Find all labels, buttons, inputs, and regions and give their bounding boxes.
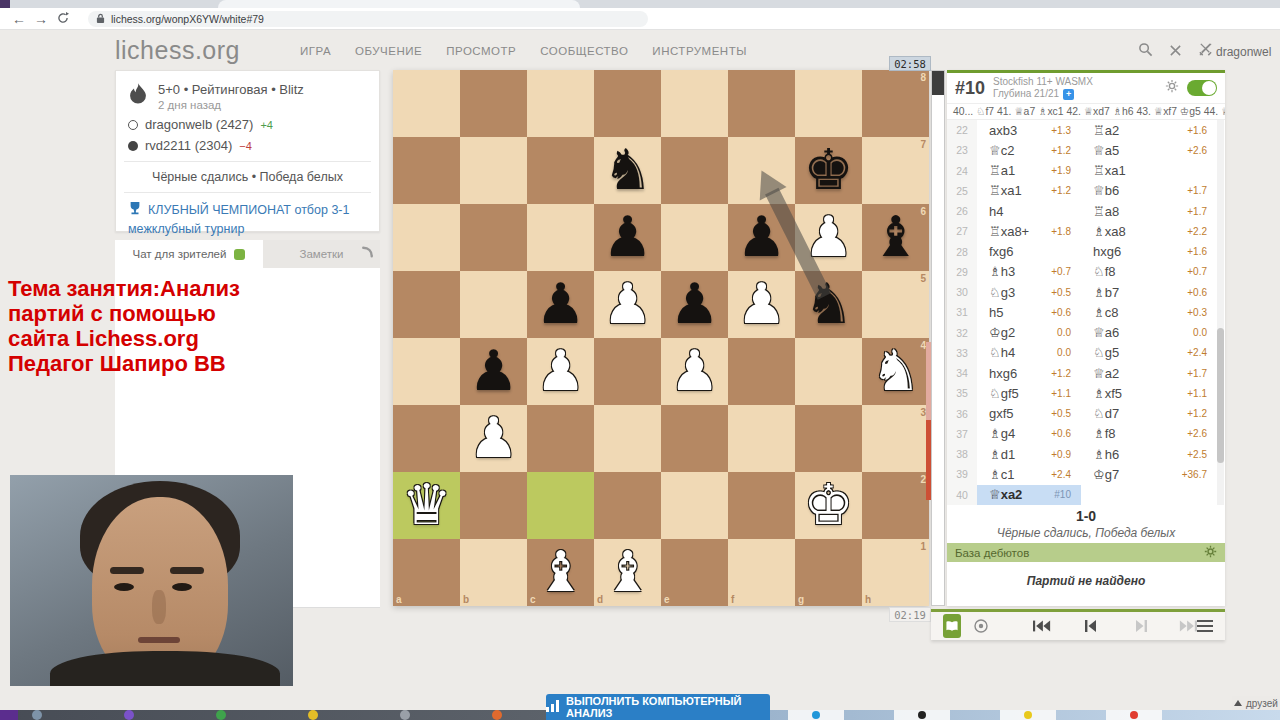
square-h3[interactable]: 3 [862, 405, 929, 472]
square-g5[interactable]: ♞ [795, 271, 862, 338]
game-info-card: 5+0 • Рейтинговая • Blitz 2 дня назад dr… [115, 70, 380, 232]
move-white-37[interactable]: ♗g4+0.6 [977, 424, 1081, 444]
nav-item-0[interactable]: ИГРА [300, 45, 331, 57]
move-number-30: 30 [947, 282, 977, 302]
move-row-28: 28fxg6hxg6+1.6 [947, 242, 1225, 262]
square-a5[interactable] [393, 271, 460, 338]
eval-white-22: +1.3 [1051, 125, 1071, 136]
san-black-33: ♘g5 [1093, 345, 1119, 360]
move-row-27: 27♖xa8++1.8♗xa8+2.2 [947, 221, 1225, 241]
square-h4[interactable]: 4♞ [862, 338, 929, 405]
scrollbar-thumb[interactable] [1217, 328, 1224, 463]
url-text: lichess.org/wonpX6YW/white#79 [111, 13, 264, 25]
rank-label-8: 8 [920, 72, 926, 83]
move-row-23: 23♕c2+1.2♕a5+2.6 [947, 140, 1225, 160]
san-white-31: h5 [989, 305, 1003, 320]
person-shirt [50, 651, 280, 686]
move-black-26[interactable]: ♖a8+1.7 [1081, 201, 1217, 221]
browser-toolbar: ← → lichess.org/wonpX6YW/white#79 [0, 8, 1280, 30]
overlay-line: Педагог Шапиро ВВ [8, 351, 338, 376]
square-f8[interactable] [728, 70, 795, 137]
result-block: 1-0 Чёрные сдались, Победа белых [947, 505, 1225, 543]
san-white-35: ♘gf5 [989, 386, 1019, 401]
move-white-36[interactable]: gxf5+0.5 [977, 404, 1081, 424]
square-g1[interactable]: g [795, 539, 862, 606]
san-white-25: ♖xa1 [989, 183, 1022, 198]
move-black-28[interactable]: hxg6+1.6 [1081, 242, 1217, 262]
eval-white-23: +1.2 [1051, 145, 1071, 156]
square-e1[interactable]: e [661, 539, 728, 606]
square-a8[interactable] [393, 70, 460, 137]
nav-item-1[interactable]: ОБУЧЕНИЕ [355, 45, 422, 57]
move-white-35[interactable]: ♘gf5+1.1 [977, 383, 1081, 403]
close-icon[interactable] [1169, 43, 1182, 61]
square-b8[interactable] [460, 70, 527, 137]
square-h1[interactable]: 1h [862, 539, 929, 606]
move-row-39: 39♗c1+2.4♔g7+36.7 [947, 464, 1225, 484]
square-g4[interactable] [795, 338, 862, 405]
move-white-27[interactable]: ♖xa8++1.8 [977, 221, 1081, 241]
san-white-39: ♗c1 [989, 467, 1014, 482]
move-number-29: 29 [947, 262, 977, 282]
move-black-29[interactable]: ♘f8+0.7 [1081, 262, 1217, 282]
piece-wP-b3[interactable]: ♟ [460, 405, 527, 472]
move-white-33[interactable]: ♘h40.0 [977, 343, 1081, 363]
eval-black-31: +0.3 [1187, 307, 1207, 318]
move-black-36[interactable]: ♘d7+1.2 [1081, 404, 1217, 424]
person-brow [170, 567, 204, 574]
move-row-36: 36gxf5+0.5♘d7+1.2 [947, 404, 1225, 424]
first-move-button[interactable] [1033, 620, 1051, 632]
white-clock: 02:19 [889, 607, 931, 622]
move-number-31: 31 [947, 302, 977, 322]
square-b3[interactable]: ♟ [460, 405, 527, 472]
friends-box[interactable]: друзей с [1232, 696, 1280, 710]
black-color-icon [128, 141, 138, 151]
eval-black-30: +0.6 [1187, 287, 1207, 298]
piece-bB-h6[interactable]: ♝ [862, 204, 929, 271]
move-black-24[interactable]: ♖xa1 [1081, 161, 1217, 181]
screen: ← → lichess.org/wonpX6YW/white#79 liches… [0, 0, 1280, 720]
move-black-39[interactable]: ♔g7+36.7 [1081, 464, 1217, 484]
eval-black-26: +1.7 [1187, 206, 1207, 217]
san-black-23: ♕a5 [1093, 143, 1119, 158]
eval-black-23: +2.6 [1187, 145, 1207, 156]
move-number-28: 28 [947, 242, 977, 262]
move-white-40[interactable]: ♕xa2#10 [977, 485, 1081, 505]
piece-wP-e4[interactable]: ♟ [661, 338, 728, 405]
eval-white-35: +1.1 [1051, 388, 1071, 399]
piece-wB-d1[interactable]: ♝ [594, 539, 661, 606]
move-number-26: 26 [947, 201, 977, 221]
move-white-28[interactable]: fxg6 [977, 242, 1081, 262]
overlay-line: сайта Lichess.org [8, 326, 338, 351]
notes-tab-label: Заметки [300, 248, 344, 260]
move-black-30[interactable]: ♗b7+0.6 [1081, 282, 1217, 302]
san-white-27: ♖xa8+ [989, 224, 1029, 239]
last-move-button[interactable] [1179, 620, 1197, 632]
square-c6[interactable] [527, 204, 594, 271]
menu-hamburger-icon[interactable] [1197, 620, 1213, 632]
chess-board[interactable]: 8♞♚7♟♟♟6♝♟♟♟♟♞5♟♟♟4♞♟3♛♚2abc♝d♝efg1h [393, 70, 929, 606]
move-black-34[interactable]: ♕a2+1.7 [1081, 363, 1217, 383]
square-d2[interactable] [594, 472, 661, 539]
square-f3[interactable] [728, 405, 795, 472]
move-black-40[interactable] [1081, 485, 1217, 505]
square-a7[interactable] [393, 137, 460, 204]
san-white-30: ♘g3 [989, 285, 1015, 300]
file-label-e: e [664, 594, 670, 605]
eval-black-25: +1.7 [1187, 185, 1207, 196]
engine-pv-line[interactable]: 40... ♘f7 41. ♕a7 ♗xc1 42. ♕xd7 ♗h6 43. … [947, 103, 1225, 120]
app-green-icon[interactable] [216, 710, 226, 720]
square-g6[interactable]: ♟ [795, 204, 862, 271]
square-h7[interactable]: 7 [862, 137, 929, 204]
move-white-22[interactable]: axb3+1.3 [977, 120, 1081, 140]
san-white-34: hxg6 [989, 366, 1017, 381]
app-orange-icon[interactable] [492, 710, 502, 720]
piece-wN-h4[interactable]: ♞ [862, 338, 929, 405]
san-black-32: ♕a6 [1093, 325, 1119, 340]
san-black-37: ♗f8 [1093, 426, 1116, 441]
challenge-swords-icon[interactable] [1198, 42, 1213, 61]
app-purple-icon[interactable] [124, 710, 134, 720]
square-c2[interactable] [527, 472, 594, 539]
taskbar-icons [32, 710, 502, 720]
engine-toggle[interactable] [1187, 80, 1217, 96]
eval-black-34: +1.7 [1187, 368, 1207, 379]
time-control: 5+0 • Рейтинговая • Blitz [158, 82, 304, 97]
explorer-gear-icon[interactable] [1204, 545, 1217, 560]
square-d1[interactable]: d♝ [594, 539, 661, 606]
app-bluegrey-icon[interactable] [32, 710, 42, 720]
move-row-34: 34hxg6+1.2♕a2+1.7 [947, 363, 1225, 383]
square-d5[interactable]: ♟ [594, 271, 661, 338]
piece-bP-b4[interactable]: ♟ [460, 338, 527, 405]
deeper-plus-icon[interactable]: + [1063, 89, 1074, 100]
eval-white-33: 0.0 [1057, 347, 1071, 358]
engine-eval: #10 [955, 78, 985, 99]
move-black-22[interactable]: ♖a2+1.6 [1081, 120, 1217, 140]
piece-wB-c1[interactable]: ♝ [527, 539, 594, 606]
explorer-title: База дебютов [955, 547, 1029, 559]
move-white-26[interactable]: h4 [977, 201, 1081, 221]
move-row-37: 37♗g4+0.6♗f8+2.6 [947, 424, 1225, 444]
move-row-30: 30♘g3+0.5♗b7+0.6 [947, 282, 1225, 302]
eval-white-40: #10 [1054, 489, 1071, 500]
piece-wP-c4[interactable]: ♟ [527, 338, 594, 405]
square-f2[interactable] [728, 472, 795, 539]
piece-wP-d5[interactable]: ♟ [594, 271, 661, 338]
browser-active-tab[interactable] [218, 0, 580, 8]
move-row-24: 24♖a1+1.9♖xa1 [947, 161, 1225, 181]
eval-black-33: +2.4 [1187, 347, 1207, 358]
move-black-32[interactable]: ♕a60.0 [1081, 323, 1217, 343]
piece-bP-c5[interactable]: ♟ [527, 271, 594, 338]
square-d8[interactable] [594, 70, 661, 137]
move-number-33: 33 [947, 343, 977, 363]
square-a6[interactable] [393, 204, 460, 271]
app-black-circle-tile[interactable] [894, 710, 950, 720]
chat-tab-label: Чат для зрителей [133, 248, 227, 260]
black-rating-diff: −4 [239, 140, 252, 152]
move-white-34[interactable]: hxg6+1.2 [977, 363, 1081, 383]
square-f7[interactable] [728, 137, 795, 204]
eval-gauge-black [932, 71, 944, 95]
engine-gear-icon[interactable] [1165, 79, 1179, 97]
square-b1[interactable]: b [460, 539, 527, 606]
san-black-22: ♖a2 [1093, 123, 1119, 138]
piece-bP-d6[interactable]: ♟ [594, 204, 661, 271]
san-white-24: ♖a1 [989, 163, 1015, 178]
app-black-circle-icon [918, 711, 926, 719]
tournament-link[interactable]: КЛУБНЫЙ ЧЕМПИОНАТ отбор 3-1 [148, 203, 349, 217]
lichess-logo[interactable]: lichess.org [115, 36, 240, 65]
friends-label: друзей с [1246, 698, 1280, 709]
white-color-icon [128, 120, 138, 130]
piece-bP-f6[interactable]: ♟ [728, 204, 795, 271]
piece-bK-g7[interactable]: ♚ [795, 137, 862, 204]
square-e6[interactable] [661, 204, 728, 271]
file-label-g: g [798, 594, 804, 605]
move-white-39[interactable]: ♗c1+2.4 [977, 464, 1081, 484]
square-g7[interactable]: ♚ [795, 137, 862, 204]
file-label-f: f [731, 594, 734, 605]
san-white-28: fxg6 [989, 244, 1014, 259]
piece-wP-f5[interactable]: ♟ [728, 271, 795, 338]
analysis-controls [931, 609, 1225, 640]
square-d6[interactable]: ♟ [594, 204, 661, 271]
header-icons [1138, 42, 1213, 61]
explorer-book-button[interactable] [943, 614, 961, 638]
square-e4[interactable]: ♟ [661, 338, 728, 405]
san-white-36: gxf5 [989, 406, 1014, 421]
square-e2[interactable] [661, 472, 728, 539]
square-e3[interactable] [661, 405, 728, 472]
engine-name: Stockfish 11+ WASMX [993, 76, 1157, 89]
san-white-37: ♗g4 [989, 426, 1015, 441]
move-number-35: 35 [947, 383, 977, 403]
square-f4[interactable] [728, 338, 795, 405]
taskbar-tiles [788, 710, 1162, 720]
eval-white-37: +0.6 [1051, 428, 1071, 439]
game-result-text: Чёрные сдались • Победа белых [128, 170, 367, 184]
square-e8[interactable] [661, 70, 728, 137]
app-grey-icon[interactable] [400, 710, 410, 720]
move-white-32[interactable]: ♔g20.0 [977, 323, 1081, 343]
move-number-24: 24 [947, 161, 977, 181]
app-blue-circle-tile[interactable] [788, 710, 844, 720]
move-black-37[interactable]: ♗f8+2.6 [1081, 424, 1217, 444]
request-analysis-button[interactable]: ВЫПОЛНИТЬ КОМПЬЮТЕРНЫЙ АНАЛИЗ [546, 694, 770, 720]
black-player-row: rvd2211 (2304) −4 [128, 138, 367, 153]
app-red-circle-tile[interactable] [1106, 710, 1162, 720]
next-move-button[interactable] [1135, 620, 1147, 632]
square-c5[interactable]: ♟ [527, 271, 594, 338]
overlay-line: партий с помощью [8, 301, 338, 326]
move-list: 22axb3+1.3♖a2+1.623♕c2+1.2♕a5+2.624♖a1+1… [947, 120, 1225, 505]
move-number-32: 32 [947, 323, 977, 343]
move-number-25: 25 [947, 181, 977, 201]
square-e5[interactable]: ♟ [661, 271, 728, 338]
tournament-link-2[interactable]: межклубный турнир [128, 222, 244, 236]
square-h5[interactable]: 5 [862, 271, 929, 338]
move-white-29[interactable]: ♗h3+0.7 [977, 262, 1081, 282]
eval-white-29: +0.7 [1051, 266, 1071, 277]
move-black-23[interactable]: ♕a5+2.6 [1081, 140, 1217, 160]
move-row-33: 33♘h40.0♘g5+2.4 [947, 343, 1225, 363]
move-white-24[interactable]: ♖a1+1.9 [977, 161, 1081, 181]
move-white-30[interactable]: ♘g3+0.5 [977, 282, 1081, 302]
square-b4[interactable]: ♟ [460, 338, 527, 405]
nav-item-3[interactable]: СООБЩЕСТВО [540, 45, 628, 57]
move-white-38[interactable]: ♗d1+0.9 [977, 444, 1081, 464]
reload-icon[interactable] [52, 11, 74, 27]
square-b7[interactable] [460, 137, 527, 204]
file-label-b: b [463, 594, 469, 605]
san-black-26: ♖a8 [1093, 204, 1119, 219]
square-g3[interactable] [795, 405, 862, 472]
app-yellow-tile-icon [1024, 711, 1032, 719]
engine-depth: Глубина 21/21 [993, 88, 1059, 101]
white-rating-diff: +4 [260, 119, 273, 131]
piece-bN-d7[interactable]: ♞ [594, 137, 661, 204]
square-c8[interactable] [527, 70, 594, 137]
trophy-icon [128, 201, 142, 219]
move-number-38: 38 [947, 444, 977, 464]
square-d3[interactable] [594, 405, 661, 472]
practice-target-icon[interactable] [973, 618, 989, 634]
square-h6[interactable]: 6♝ [862, 204, 929, 271]
white-player-name[interactable]: dragonwelb (2427) [145, 117, 253, 132]
start-button[interactable] [0, 710, 18, 720]
square-g2[interactable]: ♚ [795, 472, 862, 539]
move-white-31[interactable]: h5+0.6 [977, 302, 1081, 322]
square-f5[interactable]: ♟ [728, 271, 795, 338]
move-black-25[interactable]: ♕b6+1.7 [1081, 181, 1217, 201]
san-white-32: ♔g2 [989, 325, 1015, 340]
square-e7[interactable] [661, 137, 728, 204]
search-icon[interactable] [1138, 42, 1153, 61]
eval-black-38: +2.5 [1187, 449, 1207, 460]
nav-item-4[interactable]: ИНСТРУМЕНТЫ [652, 45, 747, 57]
square-f1[interactable]: f [728, 539, 795, 606]
move-black-38[interactable]: ♗h6+2.5 [1081, 444, 1217, 464]
piece-wP-g6[interactable]: ♟ [795, 204, 862, 271]
phone-icon[interactable] [360, 245, 375, 264]
tab-spectator-chat[interactable]: Чат для зрителей [115, 240, 263, 268]
person-eye [114, 583, 134, 591]
move-white-23[interactable]: ♕c2+1.2 [977, 140, 1081, 160]
square-c7[interactable] [527, 137, 594, 204]
nav-item-2[interactable]: ПРОСМОТР [446, 45, 516, 57]
move-black-33[interactable]: ♘g5+2.4 [1081, 343, 1217, 363]
move-number-40: 40 [947, 485, 977, 505]
square-a2[interactable]: ♛ [393, 472, 460, 539]
app-yellow-tile-tile[interactable] [1000, 710, 1056, 720]
black-player-name[interactable]: rvd2211 (2304) [145, 138, 232, 153]
square-h2[interactable]: 2 [862, 472, 929, 539]
move-number-36: 36 [947, 404, 977, 424]
square-d7[interactable]: ♞ [594, 137, 661, 204]
move-row-35: 35♘gf5+1.1♗xf5+1.1 [947, 383, 1225, 403]
square-c4[interactable]: ♟ [527, 338, 594, 405]
eval-white-39: +2.4 [1051, 469, 1071, 480]
square-b5[interactable] [460, 271, 527, 338]
chat-toggle-icon[interactable] [234, 249, 245, 260]
square-f6[interactable]: ♟ [728, 204, 795, 271]
eval-white-34: +1.2 [1051, 368, 1071, 379]
square-d4[interactable] [594, 338, 661, 405]
prev-move-button[interactable] [1085, 620, 1097, 632]
square-c3[interactable] [527, 405, 594, 472]
move-number-37: 37 [947, 424, 977, 444]
back-icon[interactable]: ← [8, 11, 30, 27]
san-white-33: ♘h4 [989, 345, 1015, 360]
browser-tab-strip [0, 0, 1280, 8]
move-row-26: 26h4♖a8+1.7 [947, 201, 1225, 221]
eval-black-37: +2.6 [1187, 428, 1207, 439]
move-number-39: 39 [947, 464, 977, 484]
move-row-40: 40♕xa2#10 [947, 485, 1225, 505]
forward-icon[interactable]: → [30, 11, 52, 27]
move-row-22: 22axb3+1.3♖a2+1.6 [947, 120, 1225, 140]
eval-black-36: +1.2 [1187, 408, 1207, 419]
chart-icon [546, 700, 559, 714]
eval-black-28: +1.6 [1187, 246, 1207, 257]
piece-bN-g5[interactable]: ♞ [795, 271, 862, 338]
app-blue-circle-icon [812, 711, 820, 719]
square-a3[interactable] [393, 405, 460, 472]
explorer-empty-message: Партий не найдено [947, 562, 1225, 606]
window-corner [0, 0, 10, 8]
person-brow [110, 567, 144, 574]
app-yellow-icon[interactable] [308, 710, 318, 720]
san-black-38: ♗h6 [1093, 447, 1119, 462]
square-b6[interactable] [460, 204, 527, 271]
square-a1[interactable]: a [393, 539, 460, 606]
eval-white-24: +1.9 [1051, 165, 1071, 176]
move-row-25: 25♖xa1+1.2♕b6+1.7 [947, 181, 1225, 201]
url-bar[interactable]: lichess.org/wonpX6YW/white#79 [88, 11, 648, 27]
square-b2[interactable] [460, 472, 527, 539]
move-list-scrollbar[interactable] [1217, 120, 1224, 505]
piece-wK-g2[interactable]: ♚ [795, 472, 862, 539]
square-a4[interactable] [393, 338, 460, 405]
piece-bP-e5[interactable]: ♟ [661, 271, 728, 338]
san-black-36: ♘d7 [1093, 406, 1119, 421]
move-white-25[interactable]: ♖xa1+1.2 [977, 181, 1081, 201]
san-black-31: ♗c8 [1093, 305, 1118, 320]
square-g8[interactable] [795, 70, 862, 137]
username[interactable]: dragonwel [1216, 45, 1280, 59]
san-white-23: ♕c2 [989, 143, 1014, 158]
move-black-27[interactable]: ♗xa8+2.2 [1081, 221, 1217, 241]
san-white-38: ♗d1 [989, 447, 1015, 462]
piece-wQ-a2[interactable]: ♛ [393, 472, 460, 539]
app-red-circle-icon [1130, 711, 1138, 719]
square-c1[interactable]: c♝ [527, 539, 594, 606]
eval-white-27: +1.8 [1051, 226, 1071, 237]
san-white-22: axb3 [989, 123, 1017, 138]
square-h8[interactable]: 8 [862, 70, 929, 137]
move-black-31[interactable]: ♗c8+0.3 [1081, 302, 1217, 322]
eval-black-32: 0.0 [1193, 327, 1207, 338]
eval-black-29: +0.7 [1187, 266, 1207, 277]
san-white-26: h4 [989, 204, 1003, 219]
move-black-35[interactable]: ♗xf5+1.1 [1081, 383, 1217, 403]
san-black-34: ♕a2 [1093, 366, 1119, 381]
